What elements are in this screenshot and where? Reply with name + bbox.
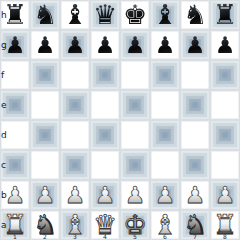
- square-e2[interactable]: [30, 90, 60, 120]
- square-h5[interactable]: ♚: [120, 0, 150, 30]
- rank-label-a: a: [1, 221, 7, 230]
- rank-label-c: c: [1, 161, 6, 170]
- square-f5[interactable]: [120, 60, 150, 90]
- dark-square-tile: [151, 61, 179, 89]
- square-d6[interactable]: [150, 120, 180, 150]
- square-c4[interactable]: [90, 150, 120, 180]
- square-e7[interactable]: [180, 90, 210, 120]
- white-pawn-piece[interactable]: ♟: [35, 180, 56, 210]
- square-f1[interactable]: [0, 60, 30, 90]
- light-square-tile: [61, 61, 89, 89]
- dark-square-tile: [91, 121, 119, 149]
- dark-square-tile: [121, 91, 149, 119]
- light-square-tile: [181, 61, 209, 89]
- dark-square-tile: [61, 91, 89, 119]
- black-rook-piece[interactable]: ♜: [213, 0, 237, 30]
- file-label-8: 8: [223, 233, 227, 240]
- white-pawn-piece[interactable]: ♟: [125, 180, 146, 210]
- rank-label-f: f: [1, 71, 4, 80]
- white-pawn-piece[interactable]: ♟: [65, 180, 86, 210]
- light-square-tile: [61, 121, 89, 149]
- light-square-tile: [121, 121, 149, 149]
- dark-square-tile: [61, 151, 89, 179]
- rank-label-d: d: [1, 131, 7, 140]
- square-d3[interactable]: [60, 120, 90, 150]
- square-e8[interactable]: [210, 90, 240, 120]
- square-e5[interactable]: [120, 90, 150, 120]
- light-square-tile: [31, 151, 59, 179]
- file-label-5: 5: [133, 233, 137, 240]
- square-f4[interactable]: [90, 60, 120, 90]
- black-pawn-piece[interactable]: ♟: [5, 30, 26, 60]
- black-pawn-piece[interactable]: ♟: [95, 30, 116, 60]
- rank-label-g: g: [1, 41, 7, 50]
- square-c2[interactable]: [30, 150, 60, 180]
- file-label-1: 1: [13, 233, 17, 240]
- white-pawn-piece[interactable]: ♟: [215, 180, 236, 210]
- black-bishop-piece[interactable]: ♝: [63, 0, 87, 30]
- light-square-tile: [121, 61, 149, 89]
- chess-board: ♜♞♝♛♚♝♞♜♟♟♟♟♟♟♟♟♟♟♟♟♟♟♟♟♜♞♝♛♚♝♞♜hgfedcba…: [0, 0, 240, 240]
- black-queen-piece[interactable]: ♛: [93, 0, 117, 30]
- square-c6[interactable]: [150, 150, 180, 180]
- square-f7[interactable]: [180, 60, 210, 90]
- square-h8[interactable]: ♜: [210, 0, 240, 30]
- square-b6[interactable]: ♟: [150, 180, 180, 210]
- dark-square-tile: [181, 91, 209, 119]
- light-square-tile: [211, 151, 239, 179]
- square-f8[interactable]: [210, 60, 240, 90]
- square-g8[interactable]: ♟: [210, 30, 240, 60]
- square-e3[interactable]: [60, 90, 90, 120]
- rank-label-e: e: [1, 101, 7, 110]
- square-g5[interactable]: ♟: [120, 30, 150, 60]
- dark-square-tile: [181, 151, 209, 179]
- black-pawn-piece[interactable]: ♟: [185, 30, 206, 60]
- square-f6[interactable]: [150, 60, 180, 90]
- square-d4[interactable]: [90, 120, 120, 150]
- black-pawn-piece[interactable]: ♟: [125, 30, 146, 60]
- rank-label-b: b: [1, 191, 7, 200]
- light-square-tile: [1, 61, 29, 89]
- square-b5[interactable]: ♟: [120, 180, 150, 210]
- dark-square-tile: [151, 121, 179, 149]
- square-d2[interactable]: [30, 120, 60, 150]
- black-king-piece[interactable]: ♚: [123, 0, 147, 30]
- black-pawn-piece[interactable]: ♟: [35, 30, 56, 60]
- square-f3[interactable]: [60, 60, 90, 90]
- dark-square-tile: [31, 61, 59, 89]
- square-c3[interactable]: [60, 150, 90, 180]
- black-pawn-piece[interactable]: ♟: [215, 30, 236, 60]
- square-d7[interactable]: [180, 120, 210, 150]
- square-h7[interactable]: ♞: [180, 0, 210, 30]
- square-g4[interactable]: ♟: [90, 30, 120, 60]
- rank-label-h: h: [1, 11, 7, 20]
- square-e4[interactable]: [90, 90, 120, 120]
- square-h6[interactable]: ♝: [150, 0, 180, 30]
- square-c8[interactable]: [210, 150, 240, 180]
- dark-square-tile: [211, 61, 239, 89]
- black-pawn-piece[interactable]: ♟: [155, 30, 176, 60]
- square-f2[interactable]: [30, 60, 60, 90]
- light-square-tile: [181, 121, 209, 149]
- light-square-tile: [151, 151, 179, 179]
- dark-square-tile: [31, 121, 59, 149]
- square-g6[interactable]: ♟: [150, 30, 180, 60]
- square-g2[interactable]: ♟: [30, 30, 60, 60]
- black-knight-piece[interactable]: ♞: [33, 0, 57, 30]
- dark-square-tile: [211, 121, 239, 149]
- black-pawn-piece[interactable]: ♟: [65, 30, 86, 60]
- file-label-7: 7: [193, 233, 197, 240]
- square-g7[interactable]: ♟: [180, 30, 210, 60]
- file-label-2: 2: [43, 233, 47, 240]
- square-b7[interactable]: ♟: [180, 180, 210, 210]
- square-b3[interactable]: ♟: [60, 180, 90, 210]
- black-knight-piece[interactable]: ♞: [183, 0, 207, 30]
- square-b8[interactable]: ♟: [210, 180, 240, 210]
- light-square-tile: [151, 91, 179, 119]
- white-pawn-piece[interactable]: ♟: [185, 180, 206, 210]
- file-label-6: 6: [163, 233, 167, 240]
- white-pawn-piece[interactable]: ♟: [5, 180, 26, 210]
- light-square-tile: [211, 91, 239, 119]
- square-b2[interactable]: ♟: [30, 180, 60, 210]
- square-c7[interactable]: [180, 150, 210, 180]
- square-b4[interactable]: ♟: [90, 180, 120, 210]
- dark-square-tile: [121, 151, 149, 179]
- white-pawn-piece[interactable]: ♟: [155, 180, 176, 210]
- light-square-tile: [31, 91, 59, 119]
- light-square-tile: [91, 151, 119, 179]
- square-h4[interactable]: ♛: [90, 0, 120, 30]
- square-d8[interactable]: [210, 120, 240, 150]
- square-h2[interactable]: ♞: [30, 0, 60, 30]
- square-d5[interactable]: [120, 120, 150, 150]
- file-label-3: 3: [73, 233, 77, 240]
- square-c5[interactable]: [120, 150, 150, 180]
- square-h3[interactable]: ♝: [60, 0, 90, 30]
- white-pawn-piece[interactable]: ♟: [95, 180, 116, 210]
- file-label-4: 4: [103, 233, 107, 240]
- dark-square-tile: [91, 61, 119, 89]
- light-square-tile: [91, 91, 119, 119]
- black-bishop-piece[interactable]: ♝: [153, 0, 177, 30]
- square-e6[interactable]: [150, 90, 180, 120]
- square-g3[interactable]: ♟: [60, 30, 90, 60]
